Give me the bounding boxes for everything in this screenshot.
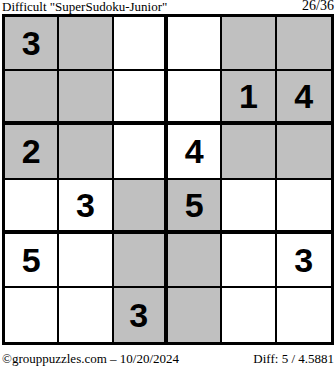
cell-r1c6-empty[interactable] xyxy=(277,17,331,71)
cell-r6c6-empty[interactable] xyxy=(277,288,331,342)
cell-r3c3-empty[interactable] xyxy=(114,125,168,179)
cell-r4c2-given: 3 xyxy=(59,180,113,234)
cell-r2c6-given: 4 xyxy=(277,71,331,125)
cell-r6c2-empty[interactable] xyxy=(59,288,113,342)
sudoku-board: 3142435533 xyxy=(2,14,334,345)
cell-r5c5-empty[interactable] xyxy=(222,234,276,288)
cell-r6c5-empty[interactable] xyxy=(222,288,276,342)
puzzle-counter: 26/36 xyxy=(302,0,334,14)
cell-r2c4-empty[interactable] xyxy=(168,71,222,125)
cell-r1c3-empty[interactable] xyxy=(114,17,168,71)
cell-r4c4-given: 5 xyxy=(168,180,222,234)
cell-r1c4-empty[interactable] xyxy=(168,17,222,71)
cell-r1c5-empty[interactable] xyxy=(222,17,276,71)
cell-r3c6-empty[interactable] xyxy=(277,125,331,179)
cell-r2c3-empty[interactable] xyxy=(114,71,168,125)
copyright-text: ©grouppuzzles.com – 10/20/2024 xyxy=(2,351,179,367)
cell-r6c4-empty[interactable] xyxy=(168,288,222,342)
cell-r4c1-empty[interactable] xyxy=(5,180,59,234)
cell-r3c4-given: 4 xyxy=(168,125,222,179)
cell-r5c1-given: 5 xyxy=(5,234,59,288)
cell-r4c5-empty[interactable] xyxy=(222,180,276,234)
difficulty-text: Diff: 5 / 4.5881 xyxy=(253,351,334,367)
cell-r1c2-empty[interactable] xyxy=(59,17,113,71)
cell-r5c4-empty[interactable] xyxy=(168,234,222,288)
cell-r4c3-empty[interactable] xyxy=(114,180,168,234)
puzzle-title: Difficult "SuperSudoku-Junior" xyxy=(2,0,167,15)
puzzle-page: Difficult "SuperSudoku-Junior" 26/36 314… xyxy=(0,0,336,370)
cell-r1c1-given: 3 xyxy=(5,17,59,71)
cell-r5c6-given: 3 xyxy=(277,234,331,288)
cell-r3c2-empty[interactable] xyxy=(59,125,113,179)
cell-r6c3-given: 3 xyxy=(114,288,168,342)
cell-r3c1-given: 2 xyxy=(5,125,59,179)
cell-r3c5-empty[interactable] xyxy=(222,125,276,179)
cell-r6c1-empty[interactable] xyxy=(5,288,59,342)
cell-r2c1-empty[interactable] xyxy=(5,71,59,125)
cell-r2c5-given: 1 xyxy=(222,71,276,125)
cell-r4c6-empty[interactable] xyxy=(277,180,331,234)
footer: ©grouppuzzles.com – 10/20/2024 Diff: 5 /… xyxy=(0,351,336,367)
cell-r5c2-empty[interactable] xyxy=(59,234,113,288)
cell-r5c3-empty[interactable] xyxy=(114,234,168,288)
cell-r2c2-empty[interactable] xyxy=(59,71,113,125)
